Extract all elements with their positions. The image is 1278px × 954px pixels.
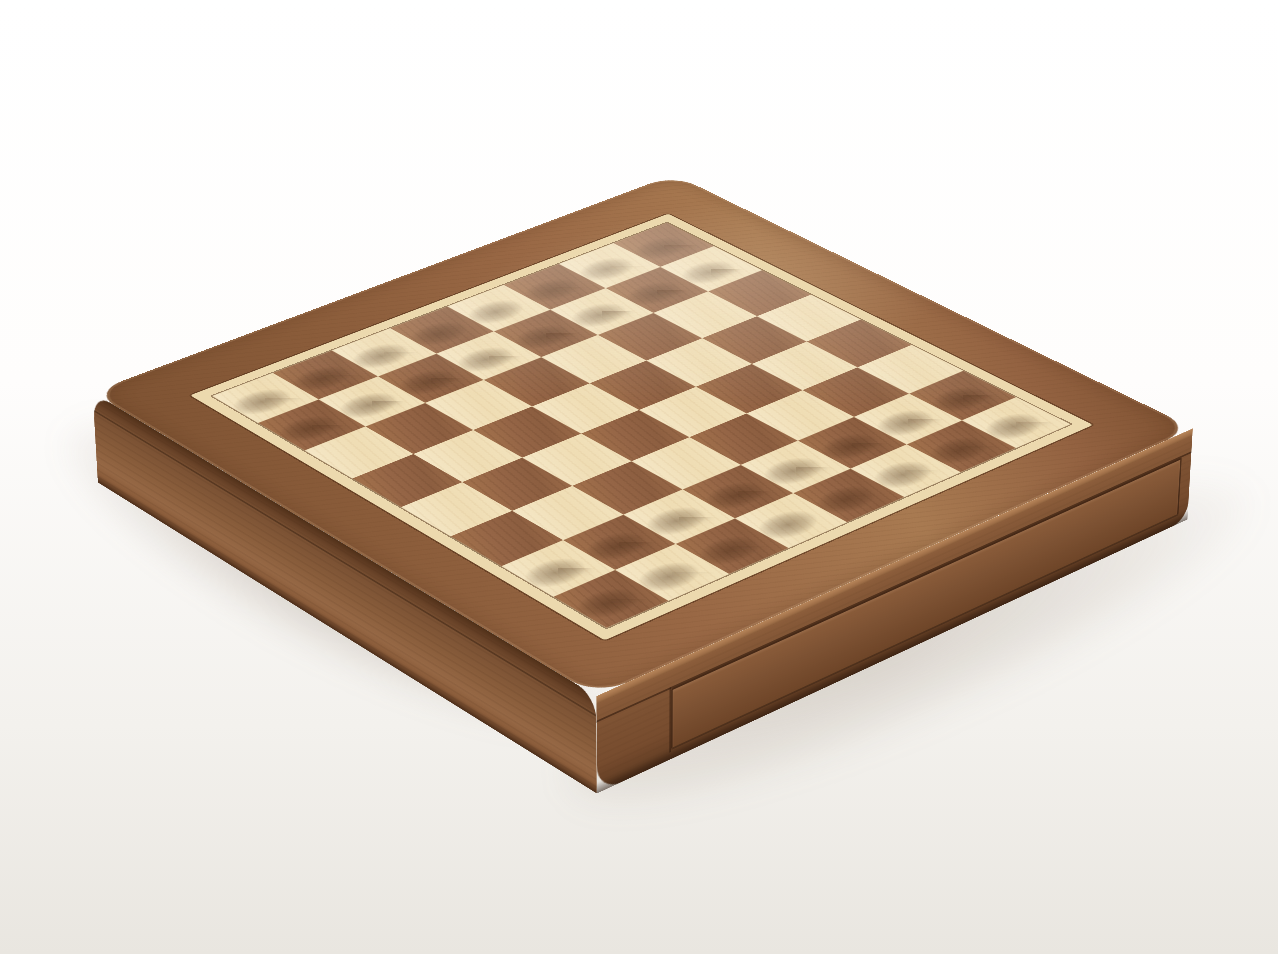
piece-black-pawn: ♟ — [276, 352, 348, 432]
square-a1: ♜ — [554, 570, 669, 628]
product-photo-scene: ♜♞♟♝♟♛♟♚♟♝♟♞♟♟♜♟♟♜♟♟♞♟♝♟♛♟♚♟♝♟♞♜ — [0, 0, 1278, 954]
piece-white-rook: ♜ — [564, 502, 658, 607]
square-d5 — [532, 383, 639, 433]
chess-box: ♜♞♟♝♟♛♟♚♟♝♟♞♟♟♜♟♟♜♟♟♞♟♝♟♛♟♚♟♝♟♞♜ — [93, 175, 1193, 697]
square-a7: ♟ — [258, 399, 365, 450]
